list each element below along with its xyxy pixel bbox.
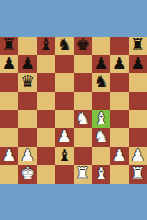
square-f8[interactable]	[92, 37, 110, 55]
square-c2[interactable]	[37, 147, 55, 165]
piece-white-rook[interactable]: ♜	[75, 166, 90, 183]
square-e8[interactable]: ♚	[74, 37, 92, 55]
piece-black-knight[interactable]: ♞	[57, 37, 72, 54]
square-b5[interactable]	[18, 92, 36, 110]
piece-white-knight[interactable]: ♞	[94, 129, 109, 146]
square-a3[interactable]	[0, 128, 18, 146]
square-g3[interactable]	[110, 128, 128, 146]
square-g6[interactable]	[110, 73, 128, 91]
square-d7[interactable]	[55, 55, 73, 73]
square-h8[interactable]: ♜	[129, 37, 147, 55]
square-f6[interactable]: ♞	[92, 73, 110, 91]
piece-white-pawn[interactable]: ♟	[57, 129, 72, 146]
square-e7[interactable]	[74, 55, 92, 73]
square-h7[interactable]: ♟	[129, 55, 147, 73]
square-c3[interactable]	[37, 128, 55, 146]
square-b6[interactable]: ♛	[18, 73, 36, 91]
piece-black-pawn[interactable]: ♟	[20, 55, 35, 72]
square-e3[interactable]	[74, 128, 92, 146]
square-e4[interactable]: ♞	[74, 110, 92, 128]
square-h1[interactable]: ♜	[129, 165, 147, 183]
piece-white-pawn[interactable]: ♟	[20, 147, 35, 164]
square-g5[interactable]	[110, 92, 128, 110]
square-f2[interactable]	[92, 147, 110, 165]
square-b1[interactable]: ♚	[18, 165, 36, 183]
piece-white-knight[interactable]: ♞	[75, 110, 90, 127]
square-e2[interactable]	[74, 147, 92, 165]
square-d3[interactable]: ♟	[55, 128, 73, 146]
square-c8[interactable]: ♝	[37, 37, 55, 55]
square-a8[interactable]: ♜	[0, 37, 18, 55]
square-c6[interactable]	[37, 73, 55, 91]
square-b4[interactable]	[18, 110, 36, 128]
square-c7[interactable]	[37, 55, 55, 73]
square-e1[interactable]: ♜	[74, 165, 92, 183]
square-h2[interactable]: ♟	[129, 147, 147, 165]
piece-black-pawn[interactable]: ♟	[94, 55, 109, 72]
square-e5[interactable]	[74, 92, 92, 110]
piece-black-queen[interactable]: ♛	[20, 74, 35, 91]
square-b2[interactable]: ♟	[18, 147, 36, 165]
square-b3[interactable]	[18, 128, 36, 146]
piece-white-king[interactable]: ♚	[20, 166, 35, 183]
square-f4[interactable]: ♝	[92, 110, 110, 128]
square-b8[interactable]	[18, 37, 36, 55]
square-c4[interactable]	[37, 110, 55, 128]
square-f3[interactable]: ♞	[92, 128, 110, 146]
piece-white-pawn[interactable]: ♟	[130, 147, 145, 164]
square-h4[interactable]	[129, 110, 147, 128]
piece-white-pawn[interactable]: ♟	[2, 147, 17, 164]
square-d4[interactable]	[55, 110, 73, 128]
square-f1[interactable]: ♝	[92, 165, 110, 183]
piece-black-pawn[interactable]: ♟	[130, 55, 145, 72]
piece-black-bishop[interactable]: ♝	[57, 147, 72, 164]
square-h6[interactable]	[129, 73, 147, 91]
square-d8[interactable]: ♞	[55, 37, 73, 55]
square-a1[interactable]	[0, 165, 18, 183]
square-d6[interactable]	[55, 73, 73, 91]
piece-black-king[interactable]: ♚	[75, 37, 90, 54]
square-h3[interactable]	[129, 128, 147, 146]
square-b7[interactable]: ♟	[18, 55, 36, 73]
piece-white-bishop[interactable]: ♝	[94, 166, 109, 183]
piece-white-pawn[interactable]: ♟	[112, 147, 127, 164]
piece-black-bishop[interactable]: ♝	[39, 37, 54, 54]
piece-black-pawn[interactable]: ♟	[2, 55, 17, 72]
square-g7[interactable]: ♟	[110, 55, 128, 73]
piece-white-bishop[interactable]: ♝	[94, 110, 109, 127]
square-f7[interactable]: ♟	[92, 55, 110, 73]
piece-black-knight[interactable]: ♞	[94, 74, 109, 91]
square-d2[interactable]: ♝	[55, 147, 73, 165]
square-a5[interactable]	[0, 92, 18, 110]
square-d5[interactable]	[55, 92, 73, 110]
app-background: ♜♝♞♚♜♟♟♟♟♟♛♞♞♝♟♞♟♟♝♟♟♚♜♝♜	[0, 0, 147, 220]
square-f5[interactable]	[92, 92, 110, 110]
square-g4[interactable]	[110, 110, 128, 128]
square-h5[interactable]	[129, 92, 147, 110]
square-a7[interactable]: ♟	[0, 55, 18, 73]
square-d1[interactable]	[55, 165, 73, 183]
piece-black-rook[interactable]: ♜	[130, 37, 145, 54]
piece-black-rook[interactable]: ♜	[2, 37, 17, 54]
square-c5[interactable]	[37, 92, 55, 110]
square-g8[interactable]	[110, 37, 128, 55]
square-c1[interactable]	[37, 165, 55, 183]
square-a4[interactable]	[0, 110, 18, 128]
square-e6[interactable]	[74, 73, 92, 91]
square-g1[interactable]	[110, 165, 128, 183]
square-a6[interactable]	[0, 73, 18, 91]
piece-white-rook[interactable]: ♜	[130, 166, 145, 183]
piece-black-pawn[interactable]: ♟	[112, 55, 127, 72]
square-g2[interactable]: ♟	[110, 147, 128, 165]
square-a2[interactable]: ♟	[0, 147, 18, 165]
chess-board: ♜♝♞♚♜♟♟♟♟♟♛♞♞♝♟♞♟♟♝♟♟♚♜♝♜	[0, 37, 147, 184]
